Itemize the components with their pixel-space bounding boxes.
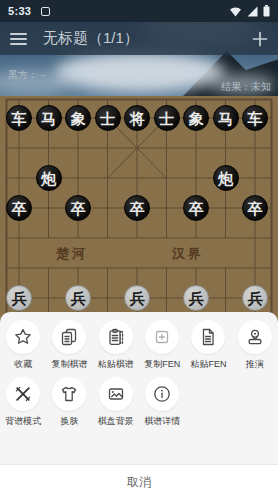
- piece-red[interactable]: 兵: [242, 285, 268, 311]
- clipboard-icon: [99, 320, 133, 354]
- add-icon[interactable]: [252, 31, 268, 47]
- app-screen: 5:33 无标题（1/1） 黑方：－ 结果：未知: [0, 0, 278, 500]
- copy-icon: [52, 320, 86, 354]
- piece-black[interactable]: 炮: [36, 165, 62, 191]
- image-icon: [99, 377, 133, 411]
- info-icon: [145, 377, 179, 411]
- signal-icon: [247, 6, 258, 17]
- square-plus-icon: [145, 320, 179, 354]
- recite-mode-button[interactable]: 背谱模式: [0, 377, 46, 428]
- item-label: 复制FEN: [144, 358, 180, 371]
- piece-black[interactable]: 士: [95, 105, 121, 131]
- item-label: 换肤: [60, 415, 78, 428]
- status-bar: 5:33: [0, 0, 278, 22]
- deduce-button[interactable]: 推演: [232, 320, 278, 371]
- menu-icon[interactable]: [10, 33, 27, 45]
- piece-black[interactable]: 卒: [65, 195, 91, 221]
- battery-icon: [263, 5, 270, 17]
- piece-black[interactable]: 象: [183, 105, 209, 131]
- cloud: [55, 52, 225, 92]
- piece-black[interactable]: 将: [124, 105, 150, 131]
- item-label: 粘贴FEN: [190, 358, 226, 371]
- piece-black[interactable]: 卒: [124, 195, 150, 221]
- pin-icon: [238, 320, 272, 354]
- piece-black[interactable]: 车: [242, 105, 268, 131]
- sheet-row-2: 背谱模式 换肤 棋盘背景 棋谱详情: [0, 371, 278, 428]
- item-label: 复制棋谱: [51, 358, 87, 371]
- cancel-label: 取消: [127, 474, 151, 491]
- document-icon: [191, 320, 225, 354]
- page-title: 无标题（1/1）: [43, 29, 252, 48]
- item-label: 背谱模式: [5, 415, 41, 428]
- paste-record-button[interactable]: 粘贴棋谱: [93, 320, 139, 371]
- clock: 5:33: [8, 5, 31, 17]
- piece-black[interactable]: 卒: [183, 195, 209, 221]
- piece-red[interactable]: 兵: [6, 285, 32, 311]
- river-label-right: 汉界: [172, 245, 204, 263]
- app-bar: 无标题（1/1）: [0, 22, 278, 55]
- change-skin-button[interactable]: 换肤: [46, 377, 92, 428]
- notification-icon: [41, 7, 50, 16]
- item-label: 棋谱详情: [144, 415, 180, 428]
- paste-fen-button[interactable]: 粘贴FEN: [185, 320, 231, 371]
- item-label: 收藏: [14, 358, 32, 371]
- item-label: 推演: [246, 358, 264, 371]
- item-label: 棋盘背景: [98, 415, 134, 428]
- piece-red[interactable]: 兵: [65, 285, 91, 311]
- piece-black[interactable]: 士: [154, 105, 180, 131]
- star-icon: [6, 320, 40, 354]
- piece-black[interactable]: 卒: [242, 195, 268, 221]
- piece-black[interactable]: 炮: [213, 165, 239, 191]
- wifi-icon: [229, 6, 242, 17]
- cancel-button[interactable]: 取消: [0, 464, 278, 500]
- copy-record-button[interactable]: 复制棋谱: [46, 320, 92, 371]
- favorite-button[interactable]: 收藏: [0, 320, 46, 371]
- record-details-button[interactable]: 棋谱详情: [139, 377, 185, 428]
- piece-red[interactable]: 兵: [183, 285, 209, 311]
- piece-black[interactable]: 卒: [6, 195, 32, 221]
- piece-red[interactable]: 兵: [124, 285, 150, 311]
- result-label: 结果：未知: [221, 80, 271, 94]
- crossed-swords-icon: [6, 377, 40, 411]
- bottom-sheet: 收藏 复制棋谱 粘贴棋谱 复制FEN: [0, 312, 278, 500]
- black-player-label: 黑方：－: [8, 68, 48, 82]
- piece-black[interactable]: 车: [6, 105, 32, 131]
- river-label-left: 楚河: [56, 245, 88, 263]
- sheet-row-1: 收藏 复制棋谱 粘贴棋谱 复制FEN: [0, 312, 278, 371]
- piece-black[interactable]: 象: [65, 105, 91, 131]
- piece-black[interactable]: 马: [213, 105, 239, 131]
- copy-fen-button[interactable]: 复制FEN: [139, 320, 185, 371]
- tshirt-icon: [52, 377, 86, 411]
- piece-black[interactable]: 马: [36, 105, 62, 131]
- item-label: 粘贴棋谱: [98, 358, 134, 371]
- board-background-button[interactable]: 棋盘背景: [93, 377, 139, 428]
